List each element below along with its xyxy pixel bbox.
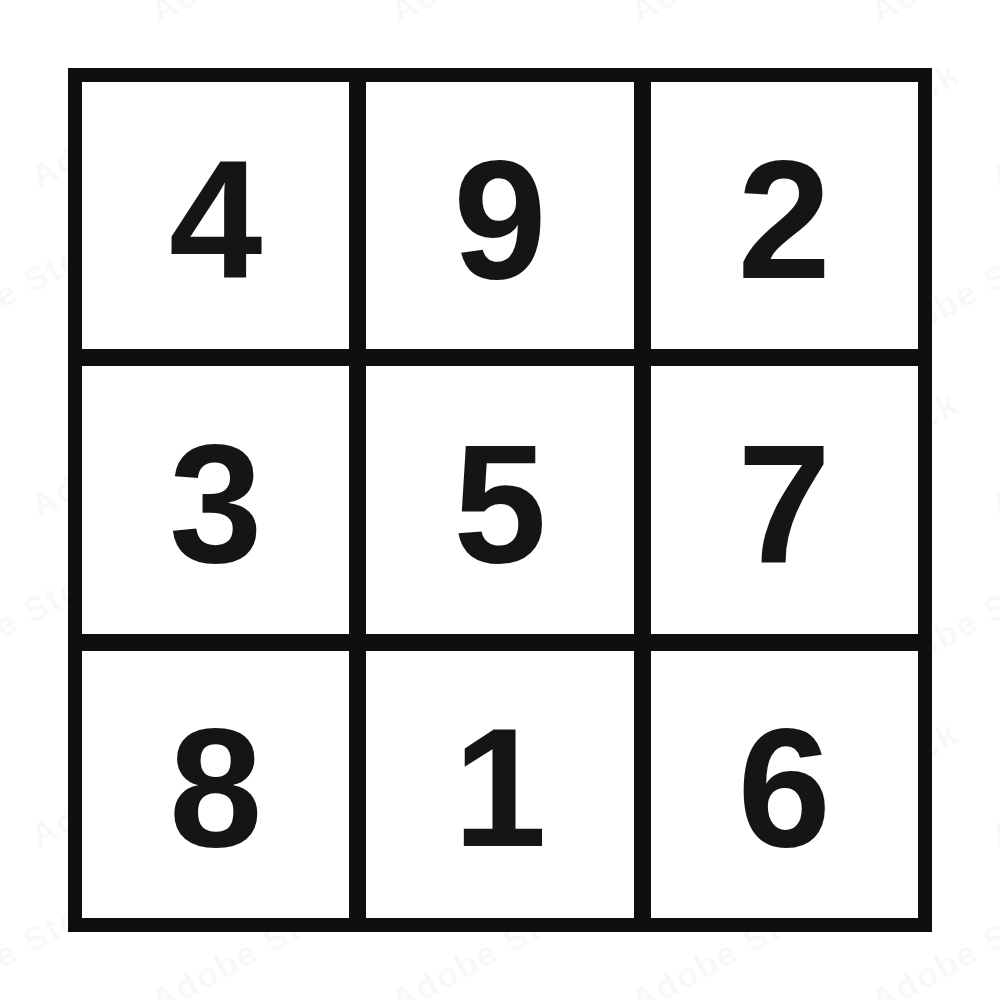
digit: 8 xyxy=(169,704,262,872)
digit: 1 xyxy=(453,704,546,872)
digit: 3 xyxy=(169,420,262,588)
watermark-text: Adobe Stock xyxy=(984,383,1000,525)
digit: 4 xyxy=(169,136,262,304)
cell-r2c2: 6 xyxy=(651,651,918,918)
cell-r1c1: 5 xyxy=(366,366,633,633)
watermark-text: Adobe Stock xyxy=(624,0,845,31)
watermark-text: Adobe Stock xyxy=(984,713,1000,855)
cell-r0c0: 4 xyxy=(82,82,349,349)
magic-square-board: 4 9 2 3 5 7 8 1 6 xyxy=(68,68,932,932)
cell-r2c0: 8 xyxy=(82,651,349,918)
digit: 6 xyxy=(738,704,831,872)
watermark-text: Adobe Stock xyxy=(864,0,1000,31)
stock-image-canvas: Adobe StockAdobe StockAdobe StockAdobe S… xyxy=(0,0,1000,1000)
digit: 9 xyxy=(453,136,546,304)
digit: 7 xyxy=(738,420,831,588)
digit: 5 xyxy=(453,420,546,588)
cell-r0c2: 2 xyxy=(651,82,918,349)
cell-r2c1: 1 xyxy=(366,651,633,918)
watermark-text: Adobe Stock xyxy=(384,0,605,31)
cell-r1c0: 3 xyxy=(82,366,349,633)
digit: 2 xyxy=(738,136,831,304)
cell-r0c1: 9 xyxy=(366,82,633,349)
cell-r1c2: 7 xyxy=(651,366,918,633)
watermark-text: Adobe Stock xyxy=(0,0,126,31)
watermark-text: Adobe Stock xyxy=(984,53,1000,195)
watermark-text: Adobe Stock xyxy=(144,0,365,31)
